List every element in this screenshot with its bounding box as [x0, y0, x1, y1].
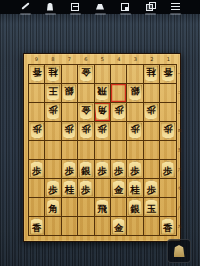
sente-bishop-piece[interactable]: 角	[46, 199, 61, 216]
sente-pawn-piece[interactable]: 歩	[29, 161, 44, 178]
cell-58[interactable]: 飛	[95, 198, 111, 217]
sente-pawn-piece[interactable]: 歩	[161, 161, 176, 178]
cell-47[interactable]: 金	[111, 179, 127, 198]
rank-label: 一	[178, 64, 183, 83]
cell-24[interactable]	[144, 122, 160, 141]
cell-35[interactable]	[127, 141, 143, 160]
gote-pawn-piece[interactable]: 歩	[79, 123, 94, 140]
gote-pawn-piece[interactable]: 歩	[62, 123, 77, 140]
sente-knight-piece[interactable]: 桂	[62, 180, 77, 197]
piece-box-button[interactable]	[167, 239, 191, 263]
cell-83[interactable]: 歩	[45, 103, 61, 122]
cell-44[interactable]	[111, 122, 127, 141]
rank-label: 四	[178, 121, 183, 140]
cell-16[interactable]: 歩	[160, 160, 176, 179]
copy-glyph	[146, 2, 155, 11]
gote-bishop-piece[interactable]: 角	[95, 104, 110, 121]
piece-kanji: 香	[32, 222, 42, 232]
cell-88[interactable]: 角	[45, 198, 61, 217]
cell-42[interactable]	[111, 84, 127, 103]
cell-97[interactable]	[29, 179, 45, 198]
sente-pawn-piece[interactable]: 歩	[62, 161, 77, 178]
cell-28[interactable]: 玉	[144, 198, 160, 217]
file-label: 6	[78, 55, 95, 64]
piece-kanji: 玉	[147, 203, 157, 213]
piece-kanji: 香	[163, 222, 173, 232]
piece-kanji: 歩	[130, 165, 140, 175]
cell-49[interactable]: 金	[111, 217, 127, 236]
piece-kanji: 銀	[130, 203, 140, 213]
piece-kanji: 歩	[81, 184, 91, 194]
cell-77[interactable]: 桂	[62, 179, 78, 198]
pen-icon[interactable]	[16, 0, 34, 15]
piece-kanji: 歩	[97, 125, 107, 135]
toolbar-label	[70, 13, 81, 15]
piece-kanji: 銀	[81, 165, 91, 175]
cell-81[interactable]: 桂	[45, 65, 61, 84]
cell-11[interactable]: 香	[160, 65, 176, 84]
cell-85[interactable]	[45, 141, 61, 160]
rank-coordinates: 一二三四五六七八九	[178, 64, 183, 236]
gote-pawn-piece[interactable]: 歩	[111, 104, 126, 121]
piece-kanji: 歩	[65, 125, 75, 135]
cell-13[interactable]	[160, 103, 176, 122]
piece-kanji: 香	[32, 68, 42, 78]
cell-27[interactable]: 歩	[144, 179, 160, 198]
cell-38[interactable]: 銀	[127, 198, 143, 217]
board-glyph	[71, 2, 80, 11]
piece-kanji: 金	[81, 106, 91, 116]
cell-61[interactable]: 金	[78, 65, 94, 84]
rank-label: 二	[178, 83, 183, 102]
cell-26[interactable]	[144, 160, 160, 179]
file-label: 1	[160, 55, 177, 64]
sente-pawn-piece[interactable]: 歩	[111, 161, 126, 178]
gote-pawn-piece[interactable]: 歩	[95, 123, 110, 140]
file-label: 3	[127, 55, 144, 64]
cell-53[interactable]: 角	[95, 103, 111, 122]
stand-icon[interactable]	[91, 0, 109, 15]
piece-kanji: 歩	[97, 165, 107, 175]
piece-kanji: 歩	[114, 165, 124, 175]
cell-67[interactable]: 歩	[78, 179, 94, 198]
rank-label: 九	[178, 217, 183, 236]
cell-32[interactable]: 銀	[127, 84, 143, 103]
cell-86[interactable]	[45, 160, 61, 179]
toolbar-label	[20, 13, 31, 15]
copy-icon[interactable]	[141, 0, 159, 15]
sente-king-piece[interactable]: 玉	[144, 199, 159, 216]
cell-37[interactable]: 桂	[127, 179, 143, 198]
piece-kanji: 歩	[130, 125, 140, 135]
piece-kanji: 金	[114, 222, 124, 232]
cell-12[interactable]	[160, 84, 176, 103]
sente-silver-piece[interactable]: 銀	[128, 199, 143, 216]
gote-gold-piece[interactable]: 金	[79, 66, 94, 83]
cell-95[interactable]	[29, 141, 45, 160]
shogi-piece-icon	[174, 245, 185, 257]
cell-78[interactable]	[62, 198, 78, 217]
cell-34[interactable]: 歩	[127, 122, 143, 141]
cell-73[interactable]	[62, 103, 78, 122]
moves-glyph	[171, 2, 180, 11]
file-label: 9	[28, 55, 45, 64]
piece-kanji: 歩	[32, 125, 42, 135]
piece-kanji: 金	[81, 68, 91, 78]
cell-14[interactable]: 歩	[160, 122, 176, 141]
shogi-board[interactable]: 987654321 香桂金桂香王銀飛銀歩金角歩歩歩歩歩歩歩歩歩歩銀歩歩歩歩歩桂歩…	[23, 53, 181, 242]
cell-94[interactable]: 歩	[29, 122, 45, 141]
piece-kanji: 銀	[130, 87, 140, 97]
cell-36[interactable]: 歩	[127, 160, 143, 179]
file-coordinates: 987654321	[28, 55, 177, 64]
piece-kanji: 桂	[147, 68, 157, 78]
toolbar-label	[145, 13, 156, 15]
piece-kanji: 歩	[147, 106, 157, 116]
piece-kanji: 歩	[48, 106, 58, 116]
cell-23[interactable]: 歩	[144, 103, 160, 122]
cell-17[interactable]	[160, 179, 176, 198]
cell-93[interactable]	[29, 103, 45, 122]
gote-rook-piece[interactable]: 飛	[95, 85, 110, 102]
gote-king-piece[interactable]: 王	[46, 85, 61, 102]
cell-69[interactable]	[78, 217, 94, 236]
piece-kanji: 歩	[163, 125, 173, 135]
cell-46[interactable]: 歩	[111, 160, 127, 179]
gote-pawn-piece[interactable]: 歩	[46, 104, 61, 121]
cell-41[interactable]	[111, 65, 127, 84]
rank-label: 三	[178, 102, 183, 121]
pen-glyph	[21, 2, 30, 11]
position-icon[interactable]	[116, 0, 134, 15]
sente-pawn-piece[interactable]: 歩	[128, 161, 143, 178]
cell-99[interactable]: 香	[29, 217, 45, 236]
file-label: 4	[111, 55, 128, 64]
board-icon[interactable]	[66, 0, 84, 15]
piece-kanji: 歩	[163, 165, 173, 175]
cell-84[interactable]	[45, 122, 61, 141]
sente-pawn-piece[interactable]: 歩	[79, 180, 94, 197]
stand-glyph	[96, 2, 105, 11]
cell-68[interactable]	[78, 198, 94, 217]
rank-label: 五	[178, 140, 183, 159]
moves-icon[interactable]	[166, 0, 184, 15]
sente-silver-piece[interactable]: 銀	[79, 161, 94, 178]
cell-92[interactable]	[29, 84, 45, 103]
cell-74[interactable]: 歩	[62, 122, 78, 141]
cell-39[interactable]	[127, 217, 143, 236]
sente-pawn-piece[interactable]: 歩	[144, 180, 159, 197]
app-screen: 987654321 香桂金桂香王銀飛銀歩金角歩歩歩歩歩歩歩歩歩歩銀歩歩歩歩歩桂歩…	[0, 0, 200, 266]
piece-kanji: 角	[48, 203, 58, 213]
file-label: 5	[94, 55, 111, 64]
piece-kanji: 歩	[65, 165, 75, 175]
file-label: 8	[45, 55, 62, 64]
piece-kanji: 王	[48, 87, 58, 97]
gote-lance-piece[interactable]: 香	[161, 66, 176, 83]
cell-96[interactable]: 歩	[29, 160, 45, 179]
cell-89[interactable]	[45, 217, 61, 236]
gote-lance-piece[interactable]: 香	[29, 66, 44, 83]
cell-51[interactable]	[95, 65, 111, 84]
piece-kanji: 金	[114, 184, 124, 194]
file-label: 7	[61, 55, 78, 64]
cell-82[interactable]: 王	[45, 84, 61, 103]
cell-75[interactable]	[62, 141, 78, 160]
position-glyph	[121, 2, 130, 11]
rank-label: 六	[178, 160, 183, 179]
cell-56[interactable]: 歩	[95, 160, 111, 179]
toolbar-label	[120, 13, 131, 15]
cell-22[interactable]	[144, 84, 160, 103]
cell-62[interactable]	[78, 84, 94, 103]
gote-pawn-piece[interactable]: 歩	[144, 104, 159, 121]
toolbar-label	[45, 13, 56, 15]
file-label: 2	[144, 55, 161, 64]
piece-icon[interactable]	[41, 0, 59, 15]
piece-kanji: 飛	[97, 203, 107, 213]
board-grid[interactable]: 香桂金桂香王銀飛銀歩金角歩歩歩歩歩歩歩歩歩歩銀歩歩歩歩歩桂歩金桂歩角飛銀玉香金香	[28, 64, 177, 236]
toolbar-label	[95, 13, 106, 15]
piece-kanji: 桂	[48, 68, 58, 78]
cell-48[interactable]	[111, 198, 127, 217]
piece-kanji: 角	[97, 106, 107, 116]
gote-gold-piece[interactable]: 金	[79, 104, 94, 121]
piece-kanji: 香	[163, 68, 173, 78]
sente-knight-piece[interactable]: 桂	[128, 180, 143, 197]
gote-pawn-piece[interactable]: 歩	[161, 123, 176, 140]
piece-kanji: 桂	[65, 184, 75, 194]
piece-kanji: 歩	[81, 125, 91, 135]
toolbar-label	[170, 13, 181, 15]
cell-63[interactable]: 金	[78, 103, 94, 122]
cell-43[interactable]: 歩	[111, 103, 127, 122]
sente-gold-piece[interactable]: 金	[111, 180, 126, 197]
cell-91[interactable]: 香	[29, 65, 45, 84]
gote-silver-piece[interactable]: 銀	[62, 85, 77, 102]
piece-kanji: 歩	[32, 165, 42, 175]
cell-29[interactable]	[144, 217, 160, 236]
gote-silver-piece[interactable]: 銀	[128, 85, 143, 102]
piece-glyph	[46, 2, 55, 11]
piece-kanji: 歩	[48, 184, 58, 194]
cell-76[interactable]: 歩	[62, 160, 78, 179]
cell-15[interactable]	[160, 141, 176, 160]
sente-pawn-piece[interactable]: 歩	[95, 161, 110, 178]
gote-pawn-piece[interactable]: 歩	[29, 123, 44, 140]
sente-gold-piece[interactable]: 金	[111, 218, 126, 235]
gote-pawn-piece[interactable]: 歩	[128, 123, 143, 140]
cell-55[interactable]	[95, 141, 111, 160]
piece-kanji: 飛	[97, 87, 107, 97]
cell-65[interactable]	[78, 141, 94, 160]
cell-18[interactable]	[160, 198, 176, 217]
toolbar	[0, 0, 200, 14]
sente-rook-piece[interactable]: 飛	[95, 199, 110, 216]
sente-pawn-piece[interactable]: 歩	[46, 180, 61, 197]
sente-lance-piece[interactable]: 香	[161, 218, 176, 235]
cell-98[interactable]	[29, 198, 45, 217]
cell-57[interactable]	[95, 179, 111, 198]
cell-21[interactable]: 桂	[144, 65, 160, 84]
cell-71[interactable]	[62, 65, 78, 84]
gote-knight-piece[interactable]: 桂	[144, 66, 159, 83]
cell-72[interactable]: 銀	[62, 84, 78, 103]
piece-kanji: 桂	[130, 184, 140, 194]
cell-31[interactable]	[127, 65, 143, 84]
cell-79[interactable]	[62, 217, 78, 236]
cell-64[interactable]: 歩	[78, 122, 94, 141]
cell-33[interactable]	[127, 103, 143, 122]
cell-66[interactable]: 銀	[78, 160, 94, 179]
gote-knight-piece[interactable]: 桂	[46, 66, 61, 83]
rank-label: 八	[178, 198, 183, 217]
cell-52[interactable]: 飛	[95, 84, 111, 103]
cell-19[interactable]: 香	[160, 217, 176, 236]
cell-59[interactable]	[95, 217, 111, 236]
rank-label: 七	[178, 179, 183, 198]
sente-lance-piece[interactable]: 香	[29, 218, 44, 235]
piece-kanji: 歩	[147, 184, 157, 194]
cell-45[interactable]	[111, 141, 127, 160]
piece-kanji: 歩	[114, 106, 124, 116]
cell-87[interactable]: 歩	[45, 179, 61, 198]
cell-54[interactable]: 歩	[95, 122, 111, 141]
cell-25[interactable]	[144, 141, 160, 160]
piece-kanji: 銀	[65, 87, 75, 97]
